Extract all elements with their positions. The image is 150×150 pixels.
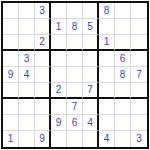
sudoku-cell-r3c3-given[interactable]: 2 xyxy=(35,35,51,51)
sudoku-cell-r5c5-empty[interactable] xyxy=(67,67,83,83)
sudoku-cell-r4c6-empty[interactable] xyxy=(83,51,99,67)
sudoku-cell-r3c6-empty[interactable] xyxy=(83,35,99,51)
sudoku-cell-r8c2-empty[interactable] xyxy=(19,115,35,131)
sudoku-cell-r3c5-empty[interactable] xyxy=(67,35,83,51)
sudoku-cell-r5c1-given[interactable]: 9 xyxy=(3,67,19,83)
sudoku-cell-r4c7-empty[interactable] xyxy=(99,51,115,67)
sudoku-cell-r5c8-given[interactable]: 8 xyxy=(115,67,131,83)
sudoku-cell-r2c5-given[interactable]: 8 xyxy=(67,19,83,35)
sudoku-cell-r2c7-empty[interactable] xyxy=(99,19,115,35)
sudoku-cell-r3c7-given[interactable]: 1 xyxy=(99,35,115,51)
sudoku-cell-r7c4-empty[interactable] xyxy=(51,99,67,115)
sudoku-cell-r6c7-empty[interactable] xyxy=(99,83,115,99)
sudoku-cell-r8c1-empty[interactable] xyxy=(3,115,19,131)
sudoku-cell-r1c8-empty[interactable] xyxy=(115,3,131,19)
sudoku-cell-r6c2-empty[interactable] xyxy=(19,83,35,99)
sudoku-cell-r2c1-empty[interactable] xyxy=(3,19,19,35)
sudoku-cell-r6c3-empty[interactable] xyxy=(35,83,51,99)
sudoku-cell-r7c2-empty[interactable] xyxy=(19,99,35,115)
sudoku-cell-r3c1-empty[interactable] xyxy=(3,35,19,51)
sudoku-cell-r3c9-empty[interactable] xyxy=(131,35,147,51)
sudoku-cell-r9c5-empty[interactable] xyxy=(67,131,83,147)
sudoku-cell-r5c9-given[interactable]: 7 xyxy=(131,67,147,83)
sudoku-cell-r7c5-given[interactable]: 7 xyxy=(67,99,83,115)
sudoku-cell-r4c8-given[interactable]: 6 xyxy=(115,51,131,67)
sudoku-cell-r2c3-empty[interactable] xyxy=(35,19,51,35)
sudoku-cell-r1c4-empty[interactable] xyxy=(51,3,67,19)
sudoku-cell-r3c2-empty[interactable] xyxy=(19,35,35,51)
sudoku-cell-r1c6-empty[interactable] xyxy=(83,3,99,19)
sudoku-cell-r6c5-empty[interactable] xyxy=(67,83,83,99)
sudoku-cell-r5c4-empty[interactable] xyxy=(51,67,67,83)
sudoku-cell-r4c2-given[interactable]: 3 xyxy=(19,51,35,67)
sudoku-cell-r8c7-empty[interactable] xyxy=(99,115,115,131)
sudoku-cell-r5c7-empty[interactable] xyxy=(99,67,115,83)
sudoku-cell-r9c4-empty[interactable] xyxy=(51,131,67,147)
sudoku-cell-r9c3-given[interactable]: 9 xyxy=(35,131,51,147)
sudoku-cell-r4c1-empty[interactable] xyxy=(3,51,19,67)
sudoku-cell-r8c9-empty[interactable] xyxy=(131,115,147,131)
sudoku-cell-r1c3-given[interactable]: 3 xyxy=(35,3,51,19)
sudoku-cell-r7c9-empty[interactable] xyxy=(131,99,147,115)
sudoku-cell-r1c2-empty[interactable] xyxy=(19,3,35,19)
sudoku-cell-r3c8-empty[interactable] xyxy=(115,35,131,51)
sudoku-cell-r6c6-given[interactable]: 7 xyxy=(83,83,99,99)
sudoku-cell-r8c4-given[interactable]: 9 xyxy=(51,115,67,131)
sudoku-cell-r5c2-given[interactable]: 4 xyxy=(19,67,35,83)
sudoku-cell-r7c3-empty[interactable] xyxy=(35,99,51,115)
sudoku-cell-r4c4-empty[interactable] xyxy=(51,51,67,67)
sudoku-cell-r6c4-given[interactable]: 2 xyxy=(51,83,67,99)
sudoku-cell-r1c1-empty[interactable] xyxy=(3,3,19,19)
sudoku-cell-r9c9-given[interactable]: 3 xyxy=(131,131,147,147)
sudoku-cell-r8c3-empty[interactable] xyxy=(35,115,51,131)
sudoku-cell-r8c8-empty[interactable] xyxy=(115,115,131,131)
sudoku-cell-r2c2-empty[interactable] xyxy=(19,19,35,35)
sudoku-cell-r9c1-given[interactable]: 1 xyxy=(3,131,19,147)
sudoku-cell-r9c6-empty[interactable] xyxy=(83,131,99,147)
sudoku-cell-r7c7-empty[interactable] xyxy=(99,99,115,115)
sudoku-cell-r8c6-given[interactable]: 4 xyxy=(83,115,99,131)
sudoku-cell-r8c5-given[interactable]: 6 xyxy=(67,115,83,131)
sudoku-cell-r2c6-given[interactable]: 5 xyxy=(83,19,99,35)
sudoku-cell-r7c8-empty[interactable] xyxy=(115,99,131,115)
sudoku-cell-r5c6-empty[interactable] xyxy=(83,67,99,83)
sudoku-cell-r6c8-empty[interactable] xyxy=(115,83,131,99)
sudoku-cell-r7c6-empty[interactable] xyxy=(83,99,99,115)
sudoku-cell-r2c8-empty[interactable] xyxy=(115,19,131,35)
sudoku-cell-r9c2-empty[interactable] xyxy=(19,131,35,147)
sudoku-cell-r9c8-empty[interactable] xyxy=(115,131,131,147)
sudoku-cell-r2c4-given[interactable]: 1 xyxy=(51,19,67,35)
sudoku-cell-r1c9-empty[interactable] xyxy=(131,3,147,19)
sudoku-cell-r1c5-empty[interactable] xyxy=(67,3,83,19)
sudoku-cell-r2c9-empty[interactable] xyxy=(131,19,147,35)
sudoku-cell-r6c9-empty[interactable] xyxy=(131,83,147,99)
sudoku-cell-r3c4-empty[interactable] xyxy=(51,35,67,51)
sudoku-cell-r9c7-given[interactable]: 4 xyxy=(99,131,115,147)
sudoku-cell-r4c3-empty[interactable] xyxy=(35,51,51,67)
sudoku-cell-r6c1-empty[interactable] xyxy=(3,83,19,99)
sudoku-cell-r5c3-empty[interactable] xyxy=(35,67,51,83)
sudoku-cell-r4c5-empty[interactable] xyxy=(67,51,83,67)
sudoku-cell-r4c9-empty[interactable] xyxy=(131,51,147,67)
sudoku-board: 38185213694872779641943 xyxy=(1,1,149,149)
sudoku-cell-r1c7-given[interactable]: 8 xyxy=(99,3,115,19)
sudoku-cell-r7c1-empty[interactable] xyxy=(3,99,19,115)
